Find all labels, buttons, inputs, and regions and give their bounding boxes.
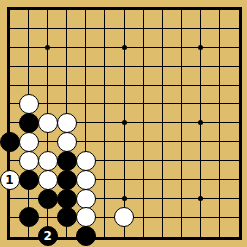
lattice-cell: [67, 67, 86, 86]
lattice-cell: [86, 29, 105, 48]
white-stone: [57, 132, 77, 152]
lattice-cell: [220, 161, 239, 180]
star-point: [122, 196, 127, 201]
lattice-cell: [48, 86, 67, 105]
lattice-cell: [144, 123, 163, 142]
lattice-cell: [144, 142, 163, 161]
lattice-cell: [105, 10, 124, 29]
go-board: 12: [0, 0, 247, 247]
lattice-cell: [67, 10, 86, 29]
lattice-cell: [201, 48, 220, 67]
lattice-cell: [163, 29, 182, 48]
lattice-cell: [86, 48, 105, 67]
lattice-cell: [144, 104, 163, 123]
lattice-cell: [10, 48, 29, 67]
star-point: [122, 45, 127, 50]
black-stone: [57, 151, 77, 171]
lattice-cell: [105, 142, 124, 161]
lattice-cell: [182, 199, 201, 218]
lattice-cell: [182, 86, 201, 105]
white-stone: [19, 94, 39, 114]
lattice-cell: [220, 123, 239, 142]
lattice-cell: [10, 67, 29, 86]
lattice-cell: [220, 86, 239, 105]
star-point: [45, 45, 50, 50]
lattice-cell: [29, 10, 48, 29]
lattice-cell: [201, 142, 220, 161]
lattice-cell: [105, 161, 124, 180]
lattice-cell: [220, 29, 239, 48]
lattice-cell: [163, 123, 182, 142]
black-stone: [19, 207, 39, 227]
lattice-cell: [125, 67, 144, 86]
lattice-cell: [163, 48, 182, 67]
lattice-cell: [48, 29, 67, 48]
lattice-cell: [125, 29, 144, 48]
white-stone: [19, 151, 39, 171]
white-stone-move-1: 1: [0, 170, 20, 190]
white-stone: [38, 170, 58, 190]
lattice-cell: [48, 67, 67, 86]
move-number-label: 1: [5, 174, 13, 186]
lattice-cell: [144, 67, 163, 86]
lattice-cell: [125, 180, 144, 199]
black-stone: [76, 226, 96, 246]
lattice-cell: [163, 161, 182, 180]
lattice-cell: [48, 48, 67, 67]
lattice-cell: [144, 161, 163, 180]
lattice-cell: [201, 161, 220, 180]
lattice-cell: [182, 142, 201, 161]
lattice-cell: [182, 161, 201, 180]
lattice-cell: [182, 48, 201, 67]
lattice-cell: [182, 123, 201, 142]
move-number-label: 2: [44, 230, 52, 242]
black-stone: [57, 170, 77, 190]
star-point: [198, 196, 203, 201]
lattice-cell: [86, 104, 105, 123]
black-stone: [38, 189, 58, 209]
lattice-cell: [105, 48, 124, 67]
white-stone: [76, 151, 96, 171]
lattice-cell: [163, 142, 182, 161]
lattice-cell: [67, 86, 86, 105]
white-stone: [38, 151, 58, 171]
lattice-cell: [201, 104, 220, 123]
lattice-cell: [182, 218, 201, 237]
lattice-cell: [86, 86, 105, 105]
lattice-cell: [125, 48, 144, 67]
lattice-cell: [67, 48, 86, 67]
lattice-cell: [201, 67, 220, 86]
lattice-cell: [220, 180, 239, 199]
lattice-cell: [105, 123, 124, 142]
lattice-cell: [144, 180, 163, 199]
lattice-cell: [86, 123, 105, 142]
lattice-cell: [163, 180, 182, 199]
lattice-cell: [163, 199, 182, 218]
lattice-cell: [201, 180, 220, 199]
lattice-cell: [125, 10, 144, 29]
white-stone: [19, 132, 39, 152]
lattice-cell: [105, 67, 124, 86]
white-stone: [38, 113, 58, 133]
lattice-cell: [144, 218, 163, 237]
white-stone: [76, 170, 96, 190]
lattice-cell: [220, 104, 239, 123]
lattice-cell: [220, 199, 239, 218]
black-stone-move-2: 2: [38, 226, 58, 246]
lattice-cell: [144, 10, 163, 29]
lattice-cell: [86, 10, 105, 29]
lattice-cell: [220, 67, 239, 86]
lattice-cell: [201, 10, 220, 29]
lattice-cell: [182, 10, 201, 29]
lattice-cell: [144, 199, 163, 218]
lattice-cell: [201, 123, 220, 142]
lattice-cell: [163, 104, 182, 123]
lattice-cell: [182, 67, 201, 86]
lattice-cell: [48, 10, 67, 29]
lattice-cell: [201, 218, 220, 237]
black-stone: [0, 132, 20, 152]
lattice-cell: [125, 161, 144, 180]
lattice-cell: [201, 86, 220, 105]
white-stone: [76, 189, 96, 209]
lattice-cell: [220, 48, 239, 67]
lattice-cell: [163, 10, 182, 29]
lattice-cell: [10, 29, 29, 48]
lattice-cell: [105, 86, 124, 105]
lattice-cell: [125, 86, 144, 105]
lattice-cell: [125, 142, 144, 161]
lattice-cell: [144, 48, 163, 67]
star-point: [198, 45, 203, 50]
black-stone: [19, 170, 39, 190]
lattice-cell: [125, 104, 144, 123]
lattice-cell: [125, 123, 144, 142]
lattice-cell: [144, 86, 163, 105]
lattice-cell: [29, 67, 48, 86]
lattice-cell: [201, 29, 220, 48]
lattice-cell: [163, 67, 182, 86]
lattice-cell: [10, 10, 29, 29]
lattice-cell: [163, 86, 182, 105]
lattice-cell: [220, 10, 239, 29]
lattice-cell: [220, 218, 239, 237]
white-stone: [57, 113, 77, 133]
lattice-cell: [163, 218, 182, 237]
lattice-cell: [29, 48, 48, 67]
lattice-cell: [220, 142, 239, 161]
black-stone: [57, 189, 77, 209]
lattice-cell: [144, 29, 163, 48]
black-stone: [19, 113, 39, 133]
lattice-cell: [67, 29, 86, 48]
lattice-cell: [201, 199, 220, 218]
lattice-cell: [86, 67, 105, 86]
